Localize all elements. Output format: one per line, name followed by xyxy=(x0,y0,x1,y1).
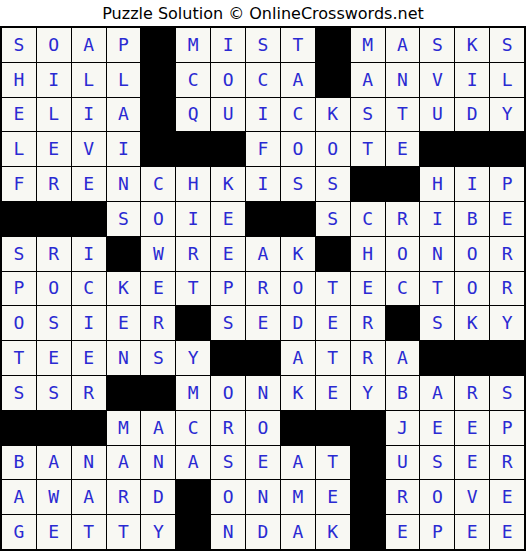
letter-cell: D xyxy=(455,98,489,132)
letter-cell: T xyxy=(281,28,315,62)
letter-cell: S xyxy=(2,237,36,271)
letter-cell: C xyxy=(141,167,175,201)
letter-cell: I xyxy=(211,28,245,62)
letter-cell: S xyxy=(420,446,454,480)
letter-cell: S xyxy=(490,28,524,62)
black-cell xyxy=(351,167,385,201)
letter-cell: E xyxy=(316,376,350,410)
black-cell xyxy=(351,480,385,514)
letter-cell: O xyxy=(211,480,245,514)
letter-cell: C xyxy=(246,63,280,97)
letter-cell: E xyxy=(211,202,245,236)
letter-cell: J xyxy=(386,411,420,445)
letter-cell: S xyxy=(107,202,141,236)
letter-cell: S xyxy=(211,446,245,480)
letter-cell: E xyxy=(455,446,489,480)
letter-cell: I xyxy=(72,306,106,340)
letter-cell: S xyxy=(37,306,71,340)
letter-cell: O xyxy=(211,376,245,410)
black-cell xyxy=(141,132,175,166)
letter-cell: S xyxy=(2,28,36,62)
letter-cell: S xyxy=(281,167,315,201)
black-cell xyxy=(386,167,420,201)
black-cell xyxy=(211,132,245,166)
letter-cell: O xyxy=(420,480,454,514)
black-cell xyxy=(2,411,36,445)
black-cell xyxy=(141,98,175,132)
black-cell xyxy=(386,306,420,340)
black-cell xyxy=(37,411,71,445)
letter-cell: S xyxy=(351,98,385,132)
letter-cell: R xyxy=(351,341,385,375)
letter-cell: R xyxy=(107,480,141,514)
letter-cell: S xyxy=(2,376,36,410)
letter-cell: A xyxy=(141,411,175,445)
letter-cell: L xyxy=(490,63,524,97)
letter-cell: I xyxy=(420,202,454,236)
letter-cell: E xyxy=(386,132,420,166)
letter-cell: O xyxy=(2,306,36,340)
letter-cell: T xyxy=(2,341,36,375)
letter-cell: V xyxy=(420,63,454,97)
letter-cell: F xyxy=(2,167,36,201)
letter-cell: S xyxy=(211,306,245,340)
letter-cell: G xyxy=(2,515,36,549)
letter-cell: M xyxy=(176,28,210,62)
black-cell xyxy=(316,63,350,97)
letter-cell: R xyxy=(176,237,210,271)
black-cell xyxy=(107,376,141,410)
letter-cell: A xyxy=(351,63,385,97)
letter-cell: I xyxy=(37,63,71,97)
letter-cell: C xyxy=(351,202,385,236)
letter-cell: Y xyxy=(141,515,175,549)
letter-cell: O xyxy=(281,272,315,306)
letter-cell: A xyxy=(281,63,315,97)
letter-cell: K xyxy=(455,28,489,62)
letter-cell: I xyxy=(455,167,489,201)
letter-cell: A xyxy=(72,28,106,62)
black-cell xyxy=(351,411,385,445)
letter-cell: R xyxy=(351,306,385,340)
letter-cell: A xyxy=(281,341,315,375)
letter-cell: W xyxy=(141,237,175,271)
letter-cell: R xyxy=(37,167,71,201)
letter-cell: R xyxy=(141,306,175,340)
letter-cell: L xyxy=(107,63,141,97)
letter-cell: N xyxy=(246,480,280,514)
letter-cell: S xyxy=(420,306,454,340)
letter-cell: E xyxy=(490,480,524,514)
letter-cell: O xyxy=(246,411,280,445)
black-cell xyxy=(246,202,280,236)
letter-cell: K xyxy=(281,237,315,271)
letter-cell: E xyxy=(420,411,454,445)
letter-cell: V xyxy=(72,132,106,166)
black-cell xyxy=(107,237,141,271)
black-cell xyxy=(420,132,454,166)
letter-cell: N xyxy=(246,376,280,410)
letter-cell: R xyxy=(490,272,524,306)
letter-cell: O xyxy=(141,202,175,236)
letter-cell: K xyxy=(211,167,245,201)
letter-cell: E xyxy=(316,306,350,340)
letter-cell: A xyxy=(386,341,420,375)
black-cell xyxy=(176,132,210,166)
letter-cell: P xyxy=(211,272,245,306)
letter-cell: E xyxy=(141,272,175,306)
letter-cell: A xyxy=(386,28,420,62)
black-cell xyxy=(455,341,489,375)
letter-cell: C xyxy=(281,98,315,132)
black-cell xyxy=(72,411,106,445)
black-cell xyxy=(176,480,210,514)
letter-cell: E xyxy=(72,167,106,201)
letter-cell: E xyxy=(37,341,71,375)
black-cell xyxy=(316,28,350,62)
letter-cell: R xyxy=(72,376,106,410)
letter-cell: P xyxy=(107,28,141,62)
letter-cell: O xyxy=(316,132,350,166)
letter-cell: M xyxy=(107,411,141,445)
black-cell xyxy=(490,341,524,375)
letter-cell: B xyxy=(455,202,489,236)
letter-cell: M xyxy=(281,480,315,514)
letter-cell: A xyxy=(37,446,71,480)
letter-cell: I xyxy=(176,202,210,236)
letter-cell: O xyxy=(455,237,489,271)
black-cell xyxy=(37,202,71,236)
letter-cell: N xyxy=(107,167,141,201)
letter-cell: Y xyxy=(490,98,524,132)
letter-cell: A xyxy=(107,446,141,480)
letter-cell: R xyxy=(490,446,524,480)
letter-cell: R xyxy=(490,237,524,271)
letter-cell: T xyxy=(316,341,350,375)
letter-cell: T xyxy=(386,98,420,132)
letter-cell: H xyxy=(351,237,385,271)
letter-cell: A xyxy=(107,98,141,132)
letter-cell: E xyxy=(490,515,524,549)
letter-cell: S xyxy=(141,341,175,375)
black-cell xyxy=(490,132,524,166)
letter-cell: B xyxy=(2,446,36,480)
letter-cell: C xyxy=(72,272,106,306)
letter-cell: N xyxy=(386,63,420,97)
black-cell xyxy=(351,515,385,549)
letter-cell: C xyxy=(386,272,420,306)
black-cell xyxy=(72,202,106,236)
letter-cell: U xyxy=(211,98,245,132)
letter-cell: I xyxy=(246,98,280,132)
black-cell xyxy=(351,446,385,480)
letter-cell: H xyxy=(420,167,454,201)
letter-cell: E xyxy=(72,341,106,375)
letter-cell: I xyxy=(72,98,106,132)
letter-cell: R xyxy=(246,272,280,306)
letter-cell: O xyxy=(37,272,71,306)
letter-cell: E xyxy=(316,480,350,514)
letter-cell: Y xyxy=(176,341,210,375)
letter-cell: L xyxy=(37,98,71,132)
black-cell xyxy=(316,411,350,445)
black-cell xyxy=(246,341,280,375)
letter-cell: K xyxy=(316,98,350,132)
letter-cell: O xyxy=(455,272,489,306)
letter-cell: T xyxy=(351,132,385,166)
letter-cell: K xyxy=(316,515,350,549)
letter-cell: F xyxy=(246,132,280,166)
letter-cell: E xyxy=(107,306,141,340)
letter-cell: D xyxy=(246,515,280,549)
page-title: Puzzle Solution © OnlineCrosswords.net xyxy=(0,0,526,26)
letter-cell: A xyxy=(176,446,210,480)
letter-cell: A xyxy=(2,480,36,514)
black-cell xyxy=(455,132,489,166)
letter-cell: A xyxy=(420,376,454,410)
letter-cell: R xyxy=(386,480,420,514)
letter-cell: B xyxy=(386,376,420,410)
black-cell xyxy=(141,63,175,97)
letter-cell: L xyxy=(2,132,36,166)
letter-cell: Y xyxy=(351,376,385,410)
black-cell xyxy=(141,376,175,410)
black-cell xyxy=(281,202,315,236)
letter-cell: S xyxy=(37,376,71,410)
letter-cell: W xyxy=(37,480,71,514)
letter-cell: U xyxy=(386,446,420,480)
letter-cell: N xyxy=(72,446,106,480)
letter-cell: S xyxy=(316,202,350,236)
letter-cell: S xyxy=(316,167,350,201)
letter-cell: T xyxy=(420,272,454,306)
letter-cell: R xyxy=(37,237,71,271)
letter-cell: L xyxy=(72,63,106,97)
black-cell xyxy=(281,411,315,445)
letter-cell: I xyxy=(455,63,489,97)
letter-cell: U xyxy=(420,98,454,132)
letter-cell: D xyxy=(141,480,175,514)
letter-cell: O xyxy=(386,237,420,271)
black-cell xyxy=(141,28,175,62)
letter-cell: P xyxy=(420,515,454,549)
letter-cell: T xyxy=(316,446,350,480)
letter-cell: R xyxy=(211,411,245,445)
letter-cell: A xyxy=(281,446,315,480)
letter-cell: R xyxy=(386,202,420,236)
letter-cell: M xyxy=(351,28,385,62)
letter-cell: A xyxy=(246,237,280,271)
letter-cell: R xyxy=(455,376,489,410)
letter-cell: E xyxy=(211,237,245,271)
letter-cell: E xyxy=(455,411,489,445)
letter-cell: O xyxy=(37,28,71,62)
letter-cell: H xyxy=(176,167,210,201)
letter-cell: D xyxy=(281,306,315,340)
letter-cell: O xyxy=(211,63,245,97)
letter-cell: E xyxy=(351,272,385,306)
letter-cell: K xyxy=(107,272,141,306)
letter-cell: T xyxy=(176,272,210,306)
letter-cell: N xyxy=(107,341,141,375)
letter-cell: P xyxy=(490,411,524,445)
letter-cell: N xyxy=(420,237,454,271)
letter-cell: E xyxy=(455,515,489,549)
letter-cell: C xyxy=(176,411,210,445)
letter-cell: P xyxy=(2,272,36,306)
letter-cell: T xyxy=(316,272,350,306)
letter-cell: N xyxy=(211,515,245,549)
letter-cell: I xyxy=(107,132,141,166)
letter-cell: E xyxy=(246,306,280,340)
letter-cell: E xyxy=(490,202,524,236)
letter-cell: S xyxy=(246,28,280,62)
letter-cell: T xyxy=(72,515,106,549)
black-cell xyxy=(316,237,350,271)
black-cell xyxy=(420,341,454,375)
letter-cell: Y xyxy=(490,306,524,340)
letter-cell: E xyxy=(386,515,420,549)
letter-cell: T xyxy=(107,515,141,549)
black-cell xyxy=(176,515,210,549)
letter-cell: E xyxy=(37,515,71,549)
letter-cell: S xyxy=(490,376,524,410)
letter-cell: I xyxy=(72,237,106,271)
letter-cell: S xyxy=(420,28,454,62)
black-cell xyxy=(176,306,210,340)
letter-cell: E xyxy=(246,446,280,480)
black-cell xyxy=(2,202,36,236)
letter-cell: Q xyxy=(176,98,210,132)
letter-cell: E xyxy=(37,132,71,166)
letter-cell: A xyxy=(72,480,106,514)
letter-cell: A xyxy=(281,515,315,549)
letter-cell: P xyxy=(490,167,524,201)
letter-cell: E xyxy=(2,98,36,132)
black-cell xyxy=(211,341,245,375)
letter-cell: K xyxy=(281,376,315,410)
letter-cell: V xyxy=(455,480,489,514)
letter-cell: H xyxy=(2,63,36,97)
letter-cell: N xyxy=(141,446,175,480)
letter-cell: C xyxy=(176,63,210,97)
letter-cell: O xyxy=(281,132,315,166)
crossword-grid: SOAPMISTMASKSHILLCOCAANVILELIAQUICKSTUDY… xyxy=(0,26,526,551)
letter-cell: K xyxy=(455,306,489,340)
letter-cell: I xyxy=(246,167,280,201)
letter-cell: M xyxy=(176,376,210,410)
